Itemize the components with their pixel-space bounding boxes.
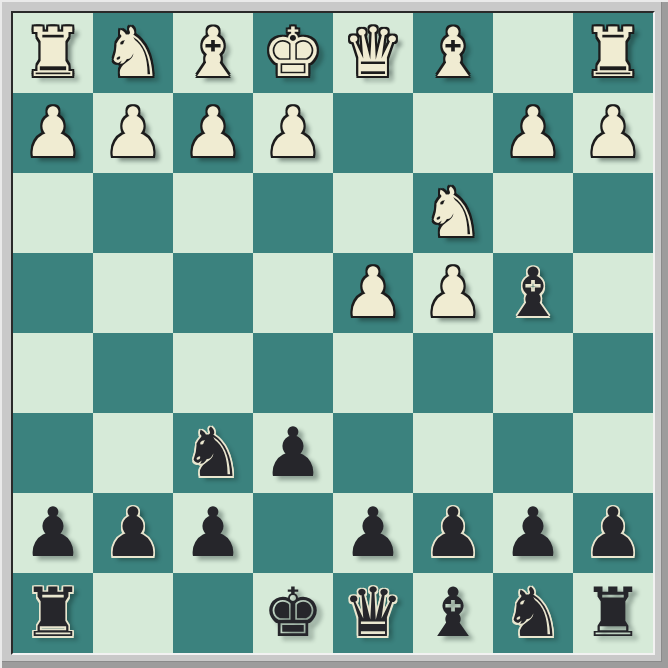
white-queen: ♛ xyxy=(343,13,404,93)
white-pawn: ♟ xyxy=(263,93,324,173)
square-a1[interactable]: ♜ xyxy=(573,13,653,93)
square-d3[interactable] xyxy=(333,173,413,253)
square-e3[interactable] xyxy=(253,173,333,253)
black-king: ♚ xyxy=(263,573,324,653)
square-e7[interactable] xyxy=(253,493,333,573)
square-d1[interactable]: ♛ xyxy=(333,13,413,93)
square-g7[interactable]: ♟ xyxy=(93,493,173,573)
square-c5[interactable] xyxy=(413,333,493,413)
square-c7[interactable]: ♟ xyxy=(413,493,493,573)
white-bishop: ♝ xyxy=(183,13,244,93)
square-g2[interactable]: ♟ xyxy=(93,93,173,173)
square-g3[interactable] xyxy=(93,173,173,253)
black-pawn: ♟ xyxy=(343,493,404,573)
square-g8[interactable] xyxy=(93,573,173,653)
black-bishop: ♝ xyxy=(503,253,564,333)
square-h5[interactable] xyxy=(13,333,93,413)
square-f5[interactable] xyxy=(173,333,253,413)
black-pawn: ♟ xyxy=(23,493,84,573)
white-pawn: ♟ xyxy=(423,253,484,333)
white-king: ♚ xyxy=(263,13,324,93)
chess-board: ♜♞♝♚♛♝♜♟♟♟♟♟♟♞♟♟♝♞♟♟♟♟♟♟♟♟♜♚♛♝♞♜ xyxy=(13,13,653,653)
black-pawn: ♟ xyxy=(423,493,484,573)
square-d8[interactable]: ♛ xyxy=(333,573,413,653)
white-knight: ♞ xyxy=(103,13,164,93)
black-pawn: ♟ xyxy=(263,413,324,493)
square-h6[interactable] xyxy=(13,413,93,493)
white-rook: ♜ xyxy=(583,13,644,93)
square-e6[interactable]: ♟ xyxy=(253,413,333,493)
black-bishop: ♝ xyxy=(423,573,484,653)
square-h2[interactable]: ♟ xyxy=(13,93,93,173)
square-b4[interactable]: ♝ xyxy=(493,253,573,333)
square-h8[interactable]: ♜ xyxy=(13,573,93,653)
square-d4[interactable]: ♟ xyxy=(333,253,413,333)
square-b1[interactable] xyxy=(493,13,573,93)
square-a2[interactable]: ♟ xyxy=(573,93,653,173)
square-e4[interactable] xyxy=(253,253,333,333)
square-a8[interactable]: ♜ xyxy=(573,573,653,653)
black-rook: ♜ xyxy=(583,573,644,653)
square-g5[interactable] xyxy=(93,333,173,413)
square-a7[interactable]: ♟ xyxy=(573,493,653,573)
square-h3[interactable] xyxy=(13,173,93,253)
black-pawn: ♟ xyxy=(183,493,244,573)
square-a5[interactable] xyxy=(573,333,653,413)
square-b2[interactable]: ♟ xyxy=(493,93,573,173)
square-h7[interactable]: ♟ xyxy=(13,493,93,573)
square-f4[interactable] xyxy=(173,253,253,333)
square-e1[interactable]: ♚ xyxy=(253,13,333,93)
black-queen: ♛ xyxy=(343,573,404,653)
square-b5[interactable] xyxy=(493,333,573,413)
square-d6[interactable] xyxy=(333,413,413,493)
square-g4[interactable] xyxy=(93,253,173,333)
window-frame: ♜♞♝♚♛♝♜♟♟♟♟♟♟♞♟♟♝♞♟♟♟♟♟♟♟♟♜♚♛♝♞♜ xyxy=(0,0,668,668)
square-b3[interactable] xyxy=(493,173,573,253)
square-b6[interactable] xyxy=(493,413,573,493)
square-d5[interactable] xyxy=(333,333,413,413)
square-a3[interactable] xyxy=(573,173,653,253)
square-c4[interactable]: ♟ xyxy=(413,253,493,333)
white-knight: ♞ xyxy=(423,173,484,253)
square-c2[interactable] xyxy=(413,93,493,173)
square-c3[interactable]: ♞ xyxy=(413,173,493,253)
square-c8[interactable]: ♝ xyxy=(413,573,493,653)
white-pawn: ♟ xyxy=(23,93,84,173)
black-pawn: ♟ xyxy=(103,493,164,573)
square-b8[interactable]: ♞ xyxy=(493,573,573,653)
white-pawn: ♟ xyxy=(503,93,564,173)
square-g6[interactable] xyxy=(93,413,173,493)
white-pawn: ♟ xyxy=(183,93,244,173)
black-pawn: ♟ xyxy=(583,493,644,573)
square-e2[interactable]: ♟ xyxy=(253,93,333,173)
square-e8[interactable]: ♚ xyxy=(253,573,333,653)
square-f1[interactable]: ♝ xyxy=(173,13,253,93)
square-f8[interactable] xyxy=(173,573,253,653)
square-a6[interactable] xyxy=(573,413,653,493)
white-pawn: ♟ xyxy=(103,93,164,173)
white-rook: ♜ xyxy=(23,13,84,93)
black-rook: ♜ xyxy=(23,573,84,653)
square-g1[interactable]: ♞ xyxy=(93,13,173,93)
square-c1[interactable]: ♝ xyxy=(413,13,493,93)
square-h1[interactable]: ♜ xyxy=(13,13,93,93)
square-d2[interactable] xyxy=(333,93,413,173)
square-f6[interactable]: ♞ xyxy=(173,413,253,493)
square-a4[interactable] xyxy=(573,253,653,333)
white-pawn: ♟ xyxy=(343,253,404,333)
square-f2[interactable]: ♟ xyxy=(173,93,253,173)
square-f7[interactable]: ♟ xyxy=(173,493,253,573)
black-knight: ♞ xyxy=(183,413,244,493)
square-e5[interactable] xyxy=(253,333,333,413)
square-f3[interactable] xyxy=(173,173,253,253)
white-pawn: ♟ xyxy=(583,93,644,173)
white-bishop: ♝ xyxy=(423,13,484,93)
square-d7[interactable]: ♟ xyxy=(333,493,413,573)
black-pawn: ♟ xyxy=(503,493,564,573)
black-knight: ♞ xyxy=(503,573,564,653)
square-c6[interactable] xyxy=(413,413,493,493)
board-frame: ♜♞♝♚♛♝♜♟♟♟♟♟♟♞♟♟♝♞♟♟♟♟♟♟♟♟♜♚♛♝♞♜ xyxy=(11,11,655,655)
square-b7[interactable]: ♟ xyxy=(493,493,573,573)
square-h4[interactable] xyxy=(13,253,93,333)
